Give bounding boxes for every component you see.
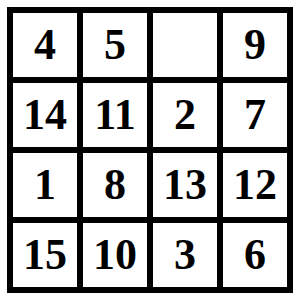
fifteen-puzzle-board: 459141127181312151036 [7,7,293,293]
tile-7[interactable]: 7 [223,83,287,147]
tile-1[interactable]: 1 [13,153,77,217]
tile-11[interactable]: 11 [83,83,147,147]
tile-2[interactable]: 2 [153,83,217,147]
tile-3[interactable]: 3 [153,223,217,287]
tile-12[interactable]: 12 [223,153,287,217]
tile-8[interactable]: 8 [83,153,147,217]
tile-6[interactable]: 6 [223,223,287,287]
puzzle-area: 459141127181312151036 [0,0,300,300]
tile-14[interactable]: 14 [13,83,77,147]
tile-5[interactable]: 5 [83,13,147,77]
tile-10[interactable]: 10 [83,223,147,287]
empty-cell [153,13,217,77]
tile-9[interactable]: 9 [223,13,287,77]
tile-4[interactable]: 4 [13,13,77,77]
tile-13[interactable]: 13 [153,153,217,217]
tile-15[interactable]: 15 [13,223,77,287]
